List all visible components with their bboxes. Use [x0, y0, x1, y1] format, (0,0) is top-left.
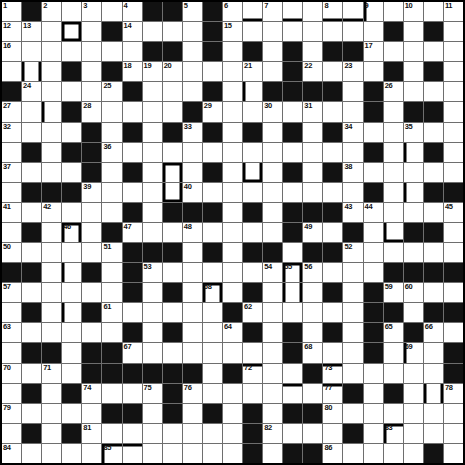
- cell-12-3[interactable]: [62, 243, 81, 262]
- cell-18-3[interactable]: [62, 364, 81, 383]
- cell-22-7[interactable]: [143, 444, 162, 463]
- cell-18-21[interactable]: [424, 364, 443, 383]
- cell-0-21[interactable]: [424, 2, 443, 21]
- cell-11-4[interactable]: [82, 223, 101, 242]
- cell-3-10[interactable]: [203, 62, 222, 81]
- cell-8-22[interactable]: [444, 163, 463, 182]
- cell-9-8[interactable]: [163, 183, 182, 202]
- cell-22-3[interactable]: [62, 444, 81, 463]
- cell-22-11[interactable]: [223, 444, 242, 463]
- cell-2-5[interactable]: [102, 42, 121, 61]
- cell-16-19[interactable]: 65: [384, 323, 403, 342]
- cell-8-0[interactable]: 37: [2, 163, 21, 182]
- cell-20-7[interactable]: [143, 404, 162, 423]
- cell-0-18[interactable]: 9: [364, 2, 383, 21]
- cell-6-0[interactable]: 32: [2, 123, 21, 142]
- cell-14-3[interactable]: [62, 283, 81, 302]
- cell-7-8[interactable]: [163, 143, 182, 162]
- cell-11-6[interactable]: 47: [123, 223, 142, 242]
- cell-19-21[interactable]: [424, 384, 443, 403]
- cell-10-21[interactable]: [424, 203, 443, 222]
- cell-5-6[interactable]: [123, 102, 142, 121]
- cell-2-0[interactable]: 16: [2, 42, 21, 61]
- cell-19-4[interactable]: 74: [82, 384, 101, 403]
- cell-9-4[interactable]: 39: [82, 183, 101, 202]
- cell-8-20[interactable]: [404, 163, 423, 182]
- cell-16-22[interactable]: [444, 323, 463, 342]
- cell-5-19[interactable]: [384, 102, 403, 121]
- cell-12-22[interactable]: [444, 243, 463, 262]
- cell-17-9[interactable]: [183, 343, 202, 362]
- cell-13-13[interactable]: 54: [263, 263, 282, 282]
- cell-16-9[interactable]: [183, 323, 202, 342]
- cell-21-7[interactable]: [143, 424, 162, 443]
- cell-8-7[interactable]: [143, 163, 162, 182]
- cell-19-6[interactable]: [123, 384, 142, 403]
- cell-7-20[interactable]: [404, 143, 423, 162]
- cell-9-19[interactable]: [384, 183, 403, 202]
- cell-9-20[interactable]: [404, 183, 423, 202]
- cell-13-2[interactable]: [42, 263, 61, 282]
- cell-17-7[interactable]: [143, 343, 162, 362]
- cell-14-14[interactable]: [283, 283, 302, 302]
- cell-3-13[interactable]: [263, 62, 282, 81]
- cell-18-2[interactable]: 71: [42, 364, 61, 383]
- cell-1-18[interactable]: [364, 22, 383, 41]
- cell-7-2[interactable]: [42, 143, 61, 162]
- cell-18-17[interactable]: [343, 364, 362, 383]
- cell-22-22[interactable]: [444, 444, 463, 463]
- cell-1-2[interactable]: [42, 22, 61, 41]
- cell-15-3[interactable]: [62, 303, 81, 322]
- cell-11-13[interactable]: [263, 223, 282, 242]
- cell-0-0[interactable]: 1: [2, 2, 21, 21]
- cell-13-5[interactable]: [102, 263, 121, 282]
- cell-15-2[interactable]: [42, 303, 61, 322]
- cell-10-22[interactable]: 45: [444, 203, 463, 222]
- cell-14-0[interactable]: 57: [2, 283, 21, 302]
- cell-19-15[interactable]: [303, 384, 322, 403]
- cell-14-10[interactable]: 58: [203, 283, 222, 302]
- cell-15-7[interactable]: [143, 303, 162, 322]
- cell-13-16[interactable]: [323, 263, 342, 282]
- cell-22-10[interactable]: [203, 444, 222, 463]
- cell-15-0[interactable]: [2, 303, 21, 322]
- cell-18-12[interactable]: 72: [243, 364, 262, 383]
- cell-16-21[interactable]: 66: [424, 323, 443, 342]
- cell-1-11[interactable]: 15: [223, 22, 242, 41]
- cell-11-7[interactable]: [143, 223, 162, 242]
- cell-0-17[interactable]: [343, 2, 362, 21]
- cell-7-10[interactable]: [203, 143, 222, 162]
- cell-0-12[interactable]: [243, 2, 262, 21]
- cell-0-15[interactable]: [303, 2, 322, 21]
- cell-4-22[interactable]: [444, 82, 463, 101]
- cell-2-2[interactable]: [42, 42, 61, 61]
- cell-0-9[interactable]: 5: [183, 2, 202, 21]
- cell-8-21[interactable]: [424, 163, 443, 182]
- cell-14-13[interactable]: [263, 283, 282, 302]
- cell-9-15[interactable]: [303, 183, 322, 202]
- cell-18-20[interactable]: [404, 364, 423, 383]
- cell-11-18[interactable]: [364, 223, 383, 242]
- cell-12-9[interactable]: [183, 243, 202, 262]
- cell-2-18[interactable]: 17: [364, 42, 383, 61]
- cell-7-22[interactable]: [444, 143, 463, 162]
- cell-20-16[interactable]: 80: [323, 404, 342, 423]
- cell-4-8[interactable]: [163, 82, 182, 101]
- cell-21-18[interactable]: [364, 424, 383, 443]
- cell-20-13[interactable]: [263, 404, 282, 423]
- cell-5-5[interactable]: [102, 102, 121, 121]
- cell-17-12[interactable]: [243, 343, 262, 362]
- cell-16-0[interactable]: 63: [2, 323, 21, 342]
- cell-22-20[interactable]: [404, 444, 423, 463]
- cell-3-1[interactable]: [22, 62, 41, 81]
- cell-22-4[interactable]: [82, 444, 101, 463]
- cell-9-0[interactable]: [2, 183, 21, 202]
- cell-5-13[interactable]: 30: [263, 102, 282, 121]
- cell-8-3[interactable]: [62, 163, 81, 182]
- cell-21-9[interactable]: [183, 424, 202, 443]
- cell-10-5[interactable]: [102, 203, 121, 222]
- cell-4-3[interactable]: [62, 82, 81, 101]
- cell-0-13[interactable]: 7: [263, 2, 282, 21]
- cell-1-9[interactable]: [183, 22, 202, 41]
- cell-15-10[interactable]: [203, 303, 222, 322]
- cell-9-10[interactable]: [203, 183, 222, 202]
- cell-3-4[interactable]: [82, 62, 101, 81]
- cell-18-14[interactable]: [283, 364, 302, 383]
- cell-19-20[interactable]: [404, 384, 423, 403]
- cell-11-0[interactable]: [2, 223, 21, 242]
- cell-11-16[interactable]: [323, 223, 342, 242]
- cell-20-1[interactable]: [22, 404, 41, 423]
- cell-2-20[interactable]: [404, 42, 423, 61]
- cell-16-7[interactable]: [143, 323, 162, 342]
- cell-12-2[interactable]: [42, 243, 61, 262]
- cell-13-10[interactable]: [203, 263, 222, 282]
- cell-10-13[interactable]: [263, 203, 282, 222]
- cell-3-15[interactable]: 22: [303, 62, 322, 81]
- cell-1-8[interactable]: [163, 22, 182, 41]
- cell-3-6[interactable]: 18: [123, 62, 142, 81]
- cell-10-17[interactable]: 43: [343, 203, 362, 222]
- cell-21-2[interactable]: [42, 424, 61, 443]
- cell-9-9[interactable]: 40: [183, 183, 202, 202]
- cell-5-1[interactable]: [22, 102, 41, 121]
- cell-20-4[interactable]: [82, 404, 101, 423]
- cell-8-11[interactable]: [223, 163, 242, 182]
- cell-20-22[interactable]: [444, 404, 463, 423]
- cell-1-1[interactable]: 13: [22, 22, 41, 41]
- cell-9-11[interactable]: [223, 183, 242, 202]
- cell-17-10[interactable]: [203, 343, 222, 362]
- cell-18-1[interactable]: [22, 364, 41, 383]
- cell-17-21[interactable]: [424, 343, 443, 362]
- cell-5-17[interactable]: [343, 102, 362, 121]
- cell-6-15[interactable]: [303, 123, 322, 142]
- cell-20-9[interactable]: [183, 404, 202, 423]
- cell-16-10[interactable]: [203, 323, 222, 342]
- cell-12-18[interactable]: [364, 243, 383, 262]
- cell-0-11[interactable]: 6: [223, 2, 242, 21]
- cell-1-0[interactable]: 12: [2, 22, 21, 41]
- cell-18-16[interactable]: 73: [323, 364, 342, 383]
- cell-21-10[interactable]: [203, 424, 222, 443]
- cell-0-16[interactable]: 8: [323, 2, 342, 21]
- cell-14-20[interactable]: 60: [404, 283, 423, 302]
- cell-4-2[interactable]: [42, 82, 61, 101]
- cell-2-6[interactable]: [123, 42, 142, 61]
- cell-5-8[interactable]: [163, 102, 182, 121]
- cell-13-18[interactable]: [364, 263, 383, 282]
- cell-9-17[interactable]: [343, 183, 362, 202]
- cell-16-17[interactable]: [343, 323, 362, 342]
- cell-22-13[interactable]: [263, 444, 282, 463]
- cell-21-11[interactable]: [223, 424, 242, 443]
- cell-17-20[interactable]: 69: [404, 343, 423, 362]
- cell-10-1[interactable]: [22, 203, 41, 222]
- cell-20-20[interactable]: [404, 404, 423, 423]
- cell-7-19[interactable]: [384, 143, 403, 162]
- cell-17-6[interactable]: 67: [123, 343, 142, 362]
- cell-7-7[interactable]: [143, 143, 162, 162]
- cell-19-16[interactable]: 77: [323, 384, 342, 403]
- cell-2-13[interactable]: [263, 42, 282, 61]
- cell-14-22[interactable]: [444, 283, 463, 302]
- cell-8-1[interactable]: [22, 163, 41, 182]
- cell-2-15[interactable]: [303, 42, 322, 61]
- cell-12-4[interactable]: [82, 243, 101, 262]
- cell-4-1[interactable]: 24: [22, 82, 41, 101]
- cell-1-14[interactable]: [283, 22, 302, 41]
- cell-11-3[interactable]: 46: [62, 223, 81, 242]
- cell-13-15[interactable]: 56: [303, 263, 322, 282]
- cell-11-12[interactable]: [243, 223, 262, 242]
- cell-2-4[interactable]: [82, 42, 101, 61]
- cell-15-13[interactable]: [263, 303, 282, 322]
- cell-10-7[interactable]: [143, 203, 162, 222]
- cell-19-18[interactable]: [364, 384, 383, 403]
- cell-12-14[interactable]: [283, 243, 302, 262]
- cell-7-15[interactable]: [303, 143, 322, 162]
- cell-13-7[interactable]: 53: [143, 263, 162, 282]
- cell-8-8[interactable]: [163, 163, 182, 182]
- cell-20-0[interactable]: 79: [2, 404, 21, 423]
- cell-2-19[interactable]: [384, 42, 403, 61]
- cell-21-15[interactable]: [303, 424, 322, 443]
- cell-19-13[interactable]: [263, 384, 282, 403]
- cell-13-3[interactable]: [62, 263, 81, 282]
- cell-17-0[interactable]: [2, 343, 21, 362]
- cell-14-21[interactable]: [424, 283, 443, 302]
- cell-0-19[interactable]: [384, 2, 403, 21]
- cell-3-22[interactable]: [444, 62, 463, 81]
- cell-6-20[interactable]: 35: [404, 123, 423, 142]
- cell-10-20[interactable]: [404, 203, 423, 222]
- cell-19-9[interactable]: 76: [183, 384, 202, 403]
- cell-22-18[interactable]: [364, 444, 383, 463]
- cell-12-21[interactable]: [424, 243, 443, 262]
- cell-21-8[interactable]: [163, 424, 182, 443]
- cell-16-4[interactable]: [82, 323, 101, 342]
- cell-3-2[interactable]: [42, 62, 61, 81]
- cell-17-17[interactable]: [343, 343, 362, 362]
- cell-21-6[interactable]: [123, 424, 142, 443]
- cell-17-16[interactable]: [323, 343, 342, 362]
- cell-16-11[interactable]: 64: [223, 323, 242, 342]
- cell-0-5[interactable]: [102, 2, 121, 21]
- cell-10-18[interactable]: 44: [364, 203, 383, 222]
- cell-1-12[interactable]: [243, 22, 262, 41]
- cell-13-17[interactable]: [343, 263, 362, 282]
- cell-12-11[interactable]: [223, 243, 242, 262]
- cell-19-2[interactable]: [42, 384, 61, 403]
- cell-2-9[interactable]: [183, 42, 202, 61]
- cell-15-12[interactable]: 62: [243, 303, 262, 322]
- cell-0-20[interactable]: 10: [404, 2, 423, 21]
- cell-21-13[interactable]: 82: [263, 424, 282, 443]
- cell-19-10[interactable]: [203, 384, 222, 403]
- cell-21-5[interactable]: [102, 424, 121, 443]
- cell-2-21[interactable]: [424, 42, 443, 61]
- cell-17-8[interactable]: [163, 343, 182, 362]
- cell-15-17[interactable]: [343, 303, 362, 322]
- cell-4-17[interactable]: [343, 82, 362, 101]
- cell-14-5[interactable]: [102, 283, 121, 302]
- cell-15-15[interactable]: [303, 303, 322, 322]
- cell-6-21[interactable]: [424, 123, 443, 142]
- cell-22-16[interactable]: 86: [323, 444, 342, 463]
- cell-8-13[interactable]: [263, 163, 282, 182]
- cell-6-1[interactable]: [22, 123, 41, 142]
- cell-19-7[interactable]: 75: [143, 384, 162, 403]
- cell-20-19[interactable]: [384, 404, 403, 423]
- cell-9-6[interactable]: [123, 183, 142, 202]
- cell-12-19[interactable]: [384, 243, 403, 262]
- cell-9-14[interactable]: [283, 183, 302, 202]
- cell-22-19[interactable]: [384, 444, 403, 463]
- cell-10-19[interactable]: [384, 203, 403, 222]
- cell-3-11[interactable]: [223, 62, 242, 81]
- cell-14-2[interactable]: [42, 283, 61, 302]
- cell-15-9[interactable]: [183, 303, 202, 322]
- cell-14-11[interactable]: [223, 283, 242, 302]
- cell-21-14[interactable]: [283, 424, 302, 443]
- cell-0-3[interactable]: [62, 2, 81, 21]
- cell-3-16[interactable]: [323, 62, 342, 81]
- cell-4-21[interactable]: [424, 82, 443, 101]
- cell-18-18[interactable]: [364, 364, 383, 383]
- cell-11-9[interactable]: 48: [183, 223, 202, 242]
- cell-7-12[interactable]: [243, 143, 262, 162]
- cell-5-15[interactable]: 31: [303, 102, 322, 121]
- cell-10-11[interactable]: [223, 203, 242, 222]
- cell-20-2[interactable]: [42, 404, 61, 423]
- cell-22-1[interactable]: [22, 444, 41, 463]
- cell-21-16[interactable]: [323, 424, 342, 443]
- cell-8-15[interactable]: [303, 163, 322, 182]
- cell-2-3[interactable]: [62, 42, 81, 61]
- cell-22-9[interactable]: [183, 444, 202, 463]
- cell-17-13[interactable]: [263, 343, 282, 362]
- cell-9-16[interactable]: [323, 183, 342, 202]
- cell-3-20[interactable]: [404, 62, 423, 81]
- cell-12-5[interactable]: 51: [102, 243, 121, 262]
- cell-4-20[interactable]: [404, 82, 423, 101]
- cell-3-9[interactable]: [183, 62, 202, 81]
- cell-6-19[interactable]: [384, 123, 403, 142]
- cell-13-14[interactable]: 55: [283, 263, 302, 282]
- cell-3-0[interactable]: [2, 62, 21, 81]
- cell-16-2[interactable]: [42, 323, 61, 342]
- cell-15-5[interactable]: 61: [102, 303, 121, 322]
- cell-19-14[interactable]: [283, 384, 302, 403]
- cell-10-3[interactable]: [62, 203, 81, 222]
- cell-9-12[interactable]: [243, 183, 262, 202]
- cell-3-8[interactable]: 20: [163, 62, 182, 81]
- cell-18-19[interactable]: [384, 364, 403, 383]
- cell-13-12[interactable]: [243, 263, 262, 282]
- cell-7-13[interactable]: [263, 143, 282, 162]
- cell-11-15[interactable]: 49: [303, 223, 322, 242]
- cell-16-1[interactable]: [22, 323, 41, 342]
- cell-20-18[interactable]: [364, 404, 383, 423]
- cell-5-7[interactable]: [143, 102, 162, 121]
- cell-22-8[interactable]: [163, 444, 182, 463]
- cell-8-5[interactable]: [102, 163, 121, 182]
- cell-11-19[interactable]: [384, 223, 403, 242]
- cell-19-22[interactable]: 78: [444, 384, 463, 403]
- cell-5-4[interactable]: 28: [82, 102, 101, 121]
- cell-8-18[interactable]: [364, 163, 383, 182]
- cell-18-13[interactable]: [263, 364, 282, 383]
- cell-14-17[interactable]: [343, 283, 362, 302]
- cell-19-5[interactable]: [102, 384, 121, 403]
- cell-4-5[interactable]: 25: [102, 82, 121, 101]
- cell-5-22[interactable]: [444, 102, 463, 121]
- cell-0-4[interactable]: 3: [82, 2, 101, 21]
- cell-4-12[interactable]: [243, 82, 262, 101]
- cell-20-3[interactable]: [62, 404, 81, 423]
- cell-7-5[interactable]: 36: [102, 143, 121, 162]
- cell-8-12[interactable]: [243, 163, 262, 182]
- cell-1-6[interactable]: 14: [123, 22, 142, 41]
- cell-21-4[interactable]: 81: [82, 424, 101, 443]
- cell-15-8[interactable]: [163, 303, 182, 322]
- cell-19-11[interactable]: [223, 384, 242, 403]
- cell-3-18[interactable]: [364, 62, 383, 81]
- cell-20-11[interactable]: [223, 404, 242, 423]
- cell-22-6[interactable]: [123, 444, 142, 463]
- cell-9-13[interactable]: [263, 183, 282, 202]
- cell-16-5[interactable]: [102, 323, 121, 342]
- cell-2-22[interactable]: [444, 42, 463, 61]
- cell-13-11[interactable]: [223, 263, 242, 282]
- cell-6-5[interactable]: [102, 123, 121, 142]
- cell-6-11[interactable]: [223, 123, 242, 142]
- cell-14-19[interactable]: 59: [384, 283, 403, 302]
- cell-18-10[interactable]: [203, 364, 222, 383]
- cell-5-0[interactable]: 27: [2, 102, 21, 121]
- cell-0-2[interactable]: 2: [42, 2, 61, 21]
- cell-6-22[interactable]: [444, 123, 463, 142]
- cell-20-17[interactable]: [343, 404, 362, 423]
- cell-12-0[interactable]: 50: [2, 243, 21, 262]
- cell-15-6[interactable]: [123, 303, 142, 322]
- cell-17-11[interactable]: [223, 343, 242, 362]
